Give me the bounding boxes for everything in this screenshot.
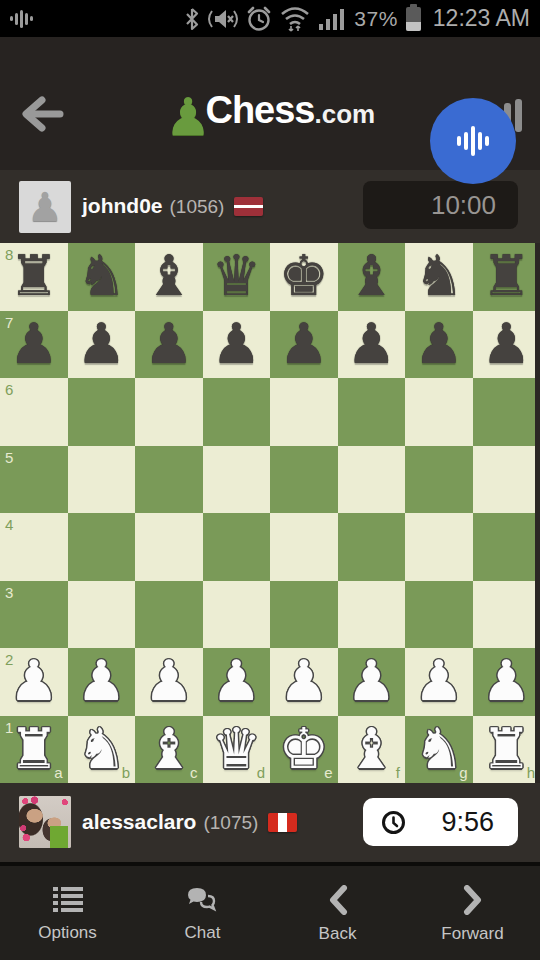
square-a3[interactable]: 3 <box>0 581 68 649</box>
square-f6[interactable] <box>338 378 406 446</box>
square-a5[interactable]: 5 <box>0 446 68 514</box>
player-top-avatar[interactable]: ♟ <box>19 181 71 233</box>
nav-back-label: Back <box>319 924 357 944</box>
logo-tld: .com <box>315 99 376 129</box>
rank-label: 8 <box>5 246 13 263</box>
waveform-icon <box>457 126 489 156</box>
square-g3[interactable] <box>405 581 473 649</box>
square-f3[interactable] <box>338 581 406 649</box>
square-d7[interactable]: ♟ <box>203 311 271 379</box>
rank-label: 1 <box>5 719 13 736</box>
white-pawn[interactable]: ♟ <box>135 648 203 714</box>
nav-back[interactable]: Back <box>270 866 405 960</box>
square-a1[interactable]: 1a♜ <box>0 716 68 784</box>
black-queen[interactable]: ♛ <box>203 243 271 309</box>
nav-chat[interactable]: Chat <box>135 866 270 960</box>
peru-flag <box>268 813 297 832</box>
square-e6[interactable] <box>270 378 338 446</box>
square-f1[interactable]: f♝ <box>338 716 406 784</box>
chevron-right-icon <box>463 885 483 915</box>
square-d3[interactable] <box>203 581 271 649</box>
white-pawn[interactable]: ♟ <box>473 648 540 714</box>
chess-board[interactable]: 8♜♞♝♛♚♝♞♜7♟♟♟♟♟♟♟♟65432♟♟♟♟♟♟♟♟1a♜b♞c♝d♛… <box>0 243 540 783</box>
black-pawn[interactable]: ♟ <box>203 311 271 377</box>
screen: 37% 12:23 AM ♟Chess.com ♟ johnd0e(1056) … <box>0 0 540 960</box>
mute-vibrate-icon <box>208 7 238 31</box>
white-pawn[interactable]: ♟ <box>405 648 473 714</box>
square-h7[interactable]: ♟ <box>473 311 540 379</box>
bluetooth-icon <box>184 7 200 31</box>
black-bishop[interactable]: ♝ <box>338 243 406 309</box>
square-f4[interactable] <box>338 513 406 581</box>
square-d1[interactable]: d♛ <box>203 716 271 784</box>
square-e7[interactable]: ♟ <box>270 311 338 379</box>
square-f7[interactable]: ♟ <box>338 311 406 379</box>
signal-icon <box>318 7 346 31</box>
square-g5[interactable] <box>405 446 473 514</box>
square-e4[interactable] <box>270 513 338 581</box>
square-a6[interactable]: 6 <box>0 378 68 446</box>
square-g8[interactable]: ♞ <box>405 243 473 311</box>
photo-avatar <box>19 796 71 848</box>
square-a2[interactable]: 2♟ <box>0 648 68 716</box>
logo-brand: Chess <box>205 89 314 131</box>
square-f2[interactable]: ♟ <box>338 648 406 716</box>
square-h1[interactable]: h♜ <box>473 716 540 784</box>
square-g6[interactable] <box>405 378 473 446</box>
black-king[interactable]: ♚ <box>270 243 338 309</box>
black-rook[interactable]: ♜ <box>473 243 540 309</box>
file-label: g <box>459 764 467 781</box>
square-c4[interactable] <box>135 513 203 581</box>
voice-button[interactable] <box>430 98 516 184</box>
square-b6[interactable] <box>68 378 136 446</box>
square-d5[interactable] <box>203 446 271 514</box>
chevron-left-icon <box>328 885 348 915</box>
white-pawn[interactable]: ♟ <box>68 648 136 714</box>
battery-percent: 37% <box>354 7 398 31</box>
latvia-flag <box>234 197 263 216</box>
square-e8[interactable]: ♚ <box>270 243 338 311</box>
status-time: 12:23 AM <box>433 5 530 32</box>
rank-label: 7 <box>5 314 13 331</box>
player-top-clock: 10:00 <box>363 181 518 229</box>
black-pawn[interactable]: ♟ <box>135 311 203 377</box>
player-top-name[interactable]: johnd0e(1056) <box>82 194 263 218</box>
square-h4[interactable] <box>473 513 540 581</box>
rank-label: 3 <box>5 584 13 601</box>
list-icon <box>53 886 83 914</box>
square-c8[interactable]: ♝ <box>135 243 203 311</box>
rank-label: 5 <box>5 449 13 466</box>
black-knight[interactable]: ♞ <box>68 243 136 309</box>
square-d4[interactable] <box>203 513 271 581</box>
bottom-nav: Options Chat Back Forward <box>0 862 540 960</box>
nav-options-label: Options <box>38 923 97 943</box>
file-label: b <box>122 764 130 781</box>
square-d2[interactable]: ♟ <box>203 648 271 716</box>
white-pawn[interactable]: ♟ <box>203 648 271 714</box>
square-c7[interactable]: ♟ <box>135 311 203 379</box>
white-pawn[interactable]: ♟ <box>270 648 338 714</box>
app-header: ♟Chess.com <box>0 37 540 170</box>
rank-label: 2 <box>5 651 13 668</box>
square-g7[interactable]: ♟ <box>405 311 473 379</box>
square-e3[interactable] <box>270 581 338 649</box>
player-top-rating: (1056) <box>170 196 225 217</box>
rank-label: 4 <box>5 516 13 533</box>
square-b4[interactable] <box>68 513 136 581</box>
square-f5[interactable] <box>338 446 406 514</box>
square-h3[interactable] <box>473 581 540 649</box>
white-pawn[interactable]: ♟ <box>338 648 406 714</box>
square-e5[interactable] <box>270 446 338 514</box>
square-e2[interactable]: ♟ <box>270 648 338 716</box>
square-c5[interactable] <box>135 446 203 514</box>
square-b3[interactable] <box>68 581 136 649</box>
nav-options[interactable]: Options <box>0 866 135 960</box>
nav-forward[interactable]: Forward <box>405 866 540 960</box>
vibrate-icon <box>10 7 33 31</box>
player-bottom-name[interactable]: alessaclaro(1075) <box>82 810 297 834</box>
square-g2[interactable]: ♟ <box>405 648 473 716</box>
square-a7[interactable]: 7♟ <box>0 311 68 379</box>
square-b2[interactable]: ♟ <box>68 648 136 716</box>
square-h5[interactable] <box>473 446 540 514</box>
file-label: h <box>527 764 535 781</box>
file-label: d <box>257 764 265 781</box>
status-bar: 37% 12:23 AM <box>0 0 540 37</box>
square-h2[interactable]: ♟ <box>473 648 540 716</box>
black-pawn[interactable]: ♟ <box>270 311 338 377</box>
file-label: c <box>190 764 198 781</box>
black-knight[interactable]: ♞ <box>405 243 473 309</box>
square-c1[interactable]: c♝ <box>135 716 203 784</box>
square-f8[interactable]: ♝ <box>338 243 406 311</box>
file-label: a <box>54 764 62 781</box>
board-edge-strip <box>535 243 540 783</box>
square-b7[interactable]: ♟ <box>68 311 136 379</box>
black-pawn[interactable]: ♟ <box>338 311 406 377</box>
file-label: f <box>396 764 400 781</box>
player-bottom-rating: (1075) <box>203 812 258 833</box>
square-g4[interactable] <box>405 513 473 581</box>
black-pawn[interactable]: ♟ <box>405 311 473 377</box>
clock-icon <box>381 810 406 835</box>
square-h8[interactable]: ♜ <box>473 243 540 311</box>
wifi-icon <box>280 6 310 32</box>
square-b1[interactable]: b♞ <box>68 716 136 784</box>
square-b8[interactable]: ♞ <box>68 243 136 311</box>
square-b5[interactable] <box>68 446 136 514</box>
black-pawn[interactable]: ♟ <box>68 311 136 377</box>
player-bottom-clock: 9:56 <box>363 798 518 846</box>
rank-label: 6 <box>5 381 13 398</box>
square-d6[interactable] <box>203 378 271 446</box>
square-d8[interactable]: ♛ <box>203 243 271 311</box>
default-pawn-avatar-icon: ♟ <box>27 184 63 230</box>
black-pawn[interactable]: ♟ <box>473 311 540 377</box>
square-g1[interactable]: g♞ <box>405 716 473 784</box>
player-bottom-avatar[interactable] <box>19 796 71 848</box>
square-a8[interactable]: 8♜ <box>0 243 68 311</box>
nav-forward-label: Forward <box>441 924 503 944</box>
black-bishop[interactable]: ♝ <box>135 243 203 309</box>
square-c6[interactable] <box>135 378 203 446</box>
battery-icon <box>406 7 421 31</box>
square-h6[interactable] <box>473 378 540 446</box>
square-c3[interactable] <box>135 581 203 649</box>
chat-icon <box>186 886 220 914</box>
square-c2[interactable]: ♟ <box>135 648 203 716</box>
square-a4[interactable]: 4 <box>0 513 68 581</box>
alarm-icon <box>246 6 272 32</box>
nav-chat-label: Chat <box>185 923 221 943</box>
square-e1[interactable]: e♚ <box>270 716 338 784</box>
file-label: e <box>324 764 332 781</box>
player-bottom: alessaclaro(1075) 9:56 <box>0 783 540 862</box>
